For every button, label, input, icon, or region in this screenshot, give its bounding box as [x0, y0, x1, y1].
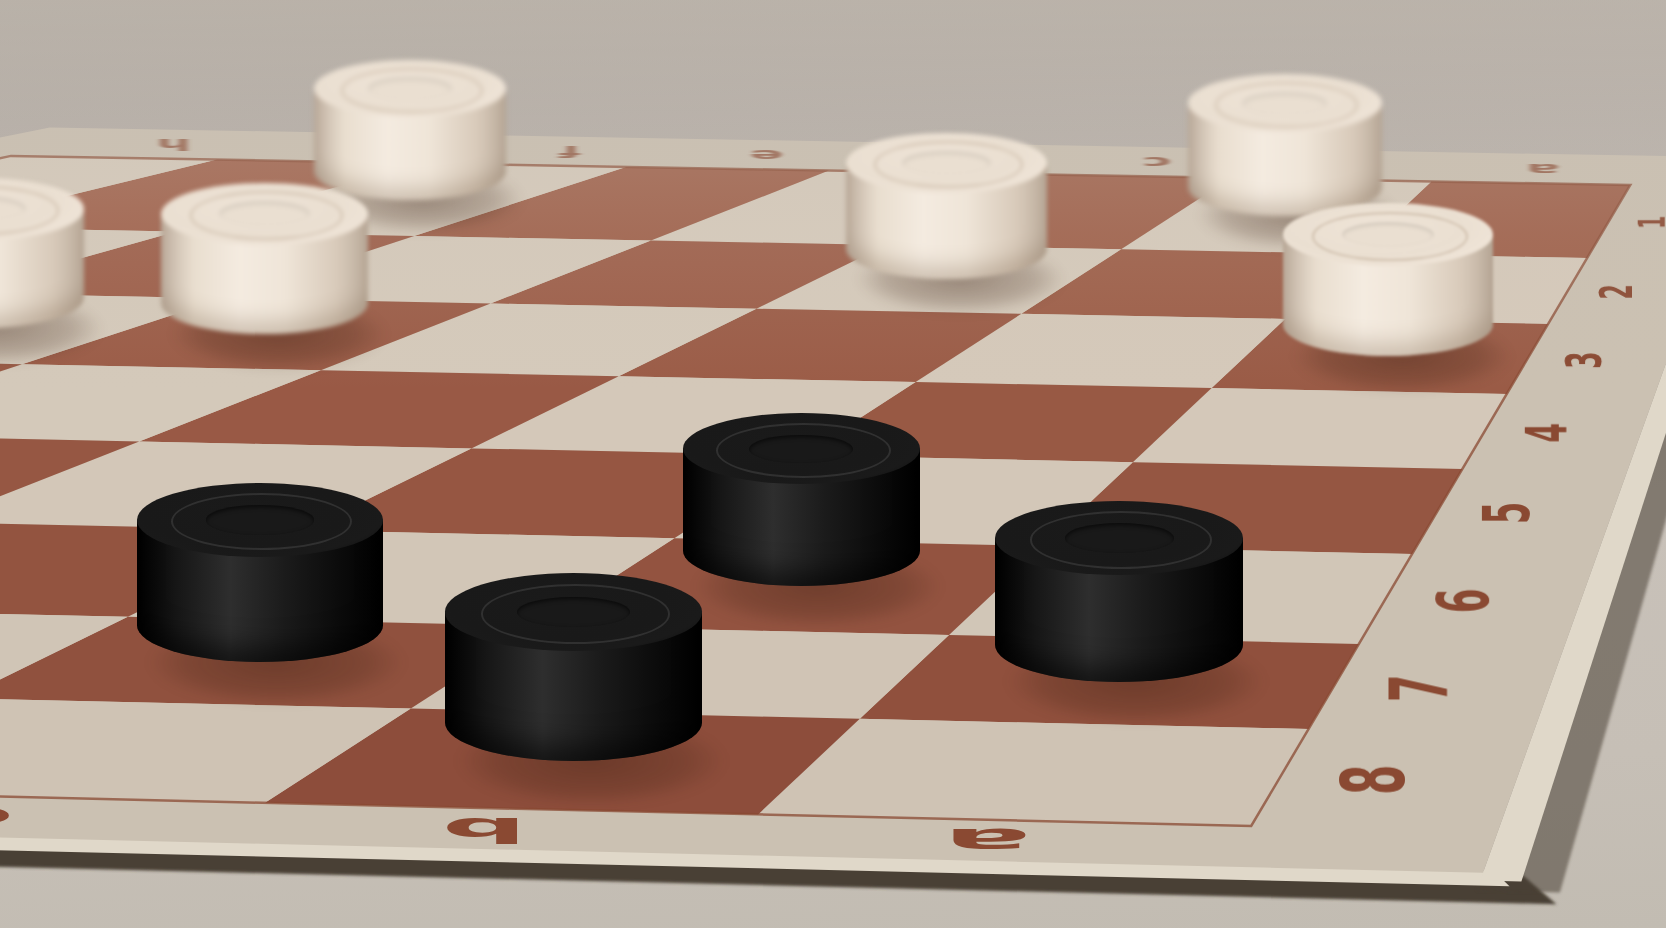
white-checker-f1[interactable]: [314, 60, 506, 200]
checker-top: [137, 483, 383, 557]
white-checker-b1[interactable]: [1188, 74, 1382, 215]
black-checker-b6[interactable]: [683, 413, 920, 586]
checker-top: [314, 60, 506, 118]
checker-top-core: [1342, 222, 1434, 247]
checker-top-core: [368, 77, 452, 100]
pieces-layer: [0, 0, 1666, 928]
black-checker-a7[interactable]: [995, 501, 1243, 682]
checker-top: [683, 413, 920, 484]
checker-top-core: [1065, 523, 1174, 553]
black-checker-b8[interactable]: [445, 573, 702, 761]
checker-top: [995, 501, 1243, 575]
checker-top-core: [517, 597, 630, 628]
checker-top: [445, 573, 702, 650]
checker-top-core: [219, 201, 310, 226]
checker-top-core: [1242, 92, 1327, 115]
white-checker-c2[interactable]: [846, 133, 1047, 280]
black-checker-c7[interactable]: [137, 483, 383, 662]
checker-top-core: [902, 151, 990, 175]
white-checker-a3[interactable]: [1283, 203, 1493, 356]
checker-top-core: [749, 435, 853, 463]
checker-top-core: [206, 505, 314, 534]
checkers-photo-scene: 12345678abcabcdefgh: [0, 0, 1666, 928]
checker-top: [161, 183, 368, 245]
white-checker-e3[interactable]: [161, 183, 368, 334]
checker-top: [1188, 74, 1382, 132]
checker-top: [846, 133, 1047, 193]
white-checker-f3[interactable]: [0, 178, 84, 329]
checker-top: [1283, 203, 1493, 266]
